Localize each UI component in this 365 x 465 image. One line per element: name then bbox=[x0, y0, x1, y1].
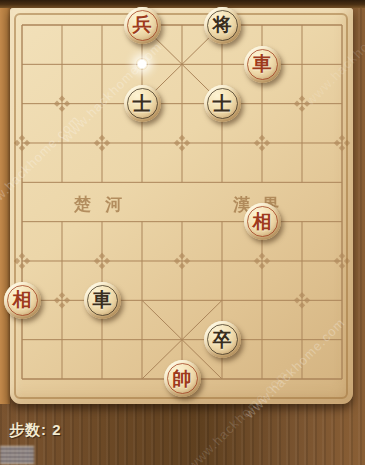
table-edge-top bbox=[0, 0, 365, 8]
board-grid bbox=[10, 8, 353, 404]
piece-black-chariot[interactable]: 車 bbox=[84, 282, 121, 319]
piece-red-general[interactable]: 帥 bbox=[164, 360, 201, 397]
piece-glyph: 士 bbox=[204, 85, 241, 122]
piece-glyph: 車 bbox=[244, 46, 281, 83]
piece-red-elephant[interactable]: 相 bbox=[4, 282, 41, 319]
piece-glyph: 相 bbox=[244, 203, 281, 240]
piece-glyph: 士 bbox=[124, 85, 161, 122]
piece-black-advisor[interactable]: 士 bbox=[124, 85, 161, 122]
xiangqi-board[interactable]: 楚河 漢界 兵将車士士相相車卒帥 bbox=[10, 8, 353, 404]
piece-glyph: 将 bbox=[204, 7, 241, 44]
piece-glyph: 車 bbox=[84, 282, 121, 319]
piece-red-chariot[interactable]: 車 bbox=[244, 46, 281, 83]
piece-black-general[interactable]: 将 bbox=[204, 7, 241, 44]
corner-logo-artifact bbox=[0, 446, 34, 464]
river-label-left: 楚河 bbox=[74, 193, 136, 216]
piece-glyph: 卒 bbox=[204, 321, 241, 358]
piece-red-pawn[interactable]: 兵 bbox=[124, 7, 161, 44]
table-edge-left bbox=[0, 8, 10, 404]
step-counter: 步数: 2 bbox=[9, 421, 62, 440]
game-screen: 楚河 漢界 兵将車士士相相車卒帥 步数: 2 www.hackhome.com … bbox=[0, 0, 365, 465]
piece-glyph: 帥 bbox=[164, 360, 201, 397]
piece-black-pawn[interactable]: 卒 bbox=[204, 321, 241, 358]
piece-glyph: 兵 bbox=[124, 7, 161, 44]
piece-glyph: 相 bbox=[4, 282, 41, 319]
piece-black-advisor[interactable]: 士 bbox=[204, 85, 241, 122]
piece-red-elephant[interactable]: 相 bbox=[244, 203, 281, 240]
